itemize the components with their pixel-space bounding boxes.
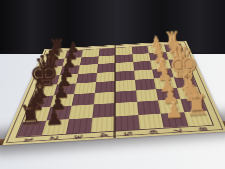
square-r4c5[interactable] [115, 70, 134, 81]
square-r5c3[interactable] [74, 82, 96, 94]
scene: ♜♟♟♜♞♟♟♞♝♟♟♝♛♟♟♛♚♟♟♚♝♟♟♝♞♟♟♞♜♟♟♜ 1 2 3 4… [23, 0, 207, 169]
square-r4c4[interactable] [96, 72, 116, 83]
square-r4c6[interactable] [134, 69, 154, 80]
square-r5c5[interactable] [115, 80, 136, 92]
square-r8c4[interactable] [90, 116, 115, 132]
white-pawn[interactable]: ♟ [164, 99, 184, 121]
black-pawn[interactable]: ♟ [45, 107, 65, 129]
photo-stage: ♜♟♟♜♞♟♟♞♝♟♟♝♛♟♟♛♚♟♟♚♝♟♟♝♞♟♟♞♜♟♟♜ 1 2 3 4… [0, 0, 225, 169]
square-r3c4[interactable] [97, 63, 116, 73]
square-r4c3[interactable] [76, 73, 96, 84]
black-rook[interactable]: ♜ [18, 102, 44, 130]
square-r8c3[interactable] [66, 118, 92, 134]
square-r8c6[interactable] [138, 113, 164, 129]
chess-board: ♜♟♟♜♞♟♟♞♝♟♟♝♛♟♟♛♚♟♟♚♝♟♟♝♞♟♟♞♜♟♟♜ 1 2 3 4… [2, 41, 225, 146]
square-r6c4[interactable] [93, 91, 115, 104]
square-r7c3[interactable] [69, 104, 93, 119]
white-rook[interactable]: ♜ [184, 92, 210, 120]
square-r8c5[interactable] [115, 115, 139, 131]
square-r8c8[interactable]: ♜ [184, 111, 213, 127]
